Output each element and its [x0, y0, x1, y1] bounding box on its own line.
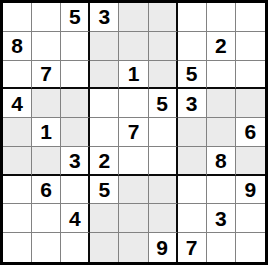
cell-r5c7[interactable] [178, 118, 207, 147]
cell-r5c3[interactable] [61, 118, 90, 147]
cell-r9c1[interactable] [3, 233, 32, 262]
cell-r2c7[interactable] [178, 32, 207, 61]
cell-r3c8[interactable] [207, 61, 236, 90]
cell-r7c8[interactable] [207, 176, 236, 205]
cell-r6c2[interactable] [32, 147, 61, 176]
cell-r1c4[interactable]: 3 [90, 3, 119, 32]
cell-r5c1[interactable] [3, 118, 32, 147]
cell-r4c4[interactable] [90, 89, 119, 118]
cell-r2c3[interactable] [61, 32, 90, 61]
cell-r7c3[interactable] [61, 176, 90, 205]
cell-r7c4[interactable]: 5 [90, 176, 119, 205]
cell-r2c9[interactable] [236, 32, 265, 61]
sudoku-puzzle: 53827154531763286594397 [0, 0, 268, 265]
cell-r9c5[interactable] [119, 233, 148, 262]
cell-r5c5[interactable]: 7 [119, 118, 148, 147]
cell-r3c6[interactable] [149, 61, 178, 90]
cell-r7c1[interactable] [3, 176, 32, 205]
cell-r5c8[interactable] [207, 118, 236, 147]
sudoku-board: 53827154531763286594397 [0, 0, 268, 265]
cell-r8c1[interactable] [3, 204, 32, 233]
cell-r8c3[interactable]: 4 [61, 204, 90, 233]
cell-r1c8[interactable] [207, 3, 236, 32]
cell-r1c2[interactable] [32, 3, 61, 32]
cell-r3c1[interactable] [3, 61, 32, 90]
cell-r6c4[interactable]: 2 [90, 147, 119, 176]
cell-r7c9[interactable]: 9 [236, 176, 265, 205]
cell-r3c3[interactable] [61, 61, 90, 90]
cell-r2c5[interactable] [119, 32, 148, 61]
cell-r3c5[interactable]: 1 [119, 61, 148, 90]
cell-r7c7[interactable] [178, 176, 207, 205]
cell-r8c7[interactable] [178, 204, 207, 233]
cell-r6c7[interactable] [178, 147, 207, 176]
cell-r5c2[interactable]: 1 [32, 118, 61, 147]
cell-r5c9[interactable]: 6 [236, 118, 265, 147]
cell-r8c6[interactable] [149, 204, 178, 233]
cell-r2c4[interactable] [90, 32, 119, 61]
cell-r9c7[interactable]: 7 [178, 233, 207, 262]
cell-r7c5[interactable] [119, 176, 148, 205]
cell-r1c5[interactable] [119, 3, 148, 32]
cell-r4c7[interactable]: 3 [178, 89, 207, 118]
cell-r6c9[interactable] [236, 147, 265, 176]
cell-r4c2[interactable] [32, 89, 61, 118]
cell-r9c8[interactable] [207, 233, 236, 262]
cell-r6c3[interactable]: 3 [61, 147, 90, 176]
cell-r4c8[interactable] [207, 89, 236, 118]
cell-r8c2[interactable] [32, 204, 61, 233]
cell-r3c2[interactable]: 7 [32, 61, 61, 90]
cell-r1c9[interactable] [236, 3, 265, 32]
cell-r2c2[interactable] [32, 32, 61, 61]
cell-r4c9[interactable] [236, 89, 265, 118]
cell-r9c4[interactable] [90, 233, 119, 262]
cell-r1c6[interactable] [149, 3, 178, 32]
cell-r1c3[interactable]: 5 [61, 3, 90, 32]
cell-r8c5[interactable] [119, 204, 148, 233]
cell-r3c4[interactable] [90, 61, 119, 90]
cell-r9c9[interactable] [236, 233, 265, 262]
cell-r6c5[interactable] [119, 147, 148, 176]
cell-r9c3[interactable] [61, 233, 90, 262]
cell-r2c8[interactable]: 2 [207, 32, 236, 61]
cell-r5c6[interactable] [149, 118, 178, 147]
cell-r7c2[interactable]: 6 [32, 176, 61, 205]
cell-r2c1[interactable]: 8 [3, 32, 32, 61]
cell-r3c9[interactable] [236, 61, 265, 90]
cell-r2c6[interactable] [149, 32, 178, 61]
cell-r9c2[interactable] [32, 233, 61, 262]
cell-r9c6[interactable]: 9 [149, 233, 178, 262]
cell-r4c6[interactable]: 5 [149, 89, 178, 118]
cell-r8c9[interactable] [236, 204, 265, 233]
cell-r6c6[interactable] [149, 147, 178, 176]
cell-r4c1[interactable]: 4 [3, 89, 32, 118]
cell-r8c8[interactable]: 3 [207, 204, 236, 233]
cell-r6c1[interactable] [3, 147, 32, 176]
cell-r4c3[interactable] [61, 89, 90, 118]
cell-r1c7[interactable] [178, 3, 207, 32]
cell-r4c5[interactable] [119, 89, 148, 118]
cell-r8c4[interactable] [90, 204, 119, 233]
cell-r7c6[interactable] [149, 176, 178, 205]
cell-r1c1[interactable] [3, 3, 32, 32]
cell-r5c4[interactable] [90, 118, 119, 147]
cell-r3c7[interactable]: 5 [178, 61, 207, 90]
cell-r6c8[interactable]: 8 [207, 147, 236, 176]
